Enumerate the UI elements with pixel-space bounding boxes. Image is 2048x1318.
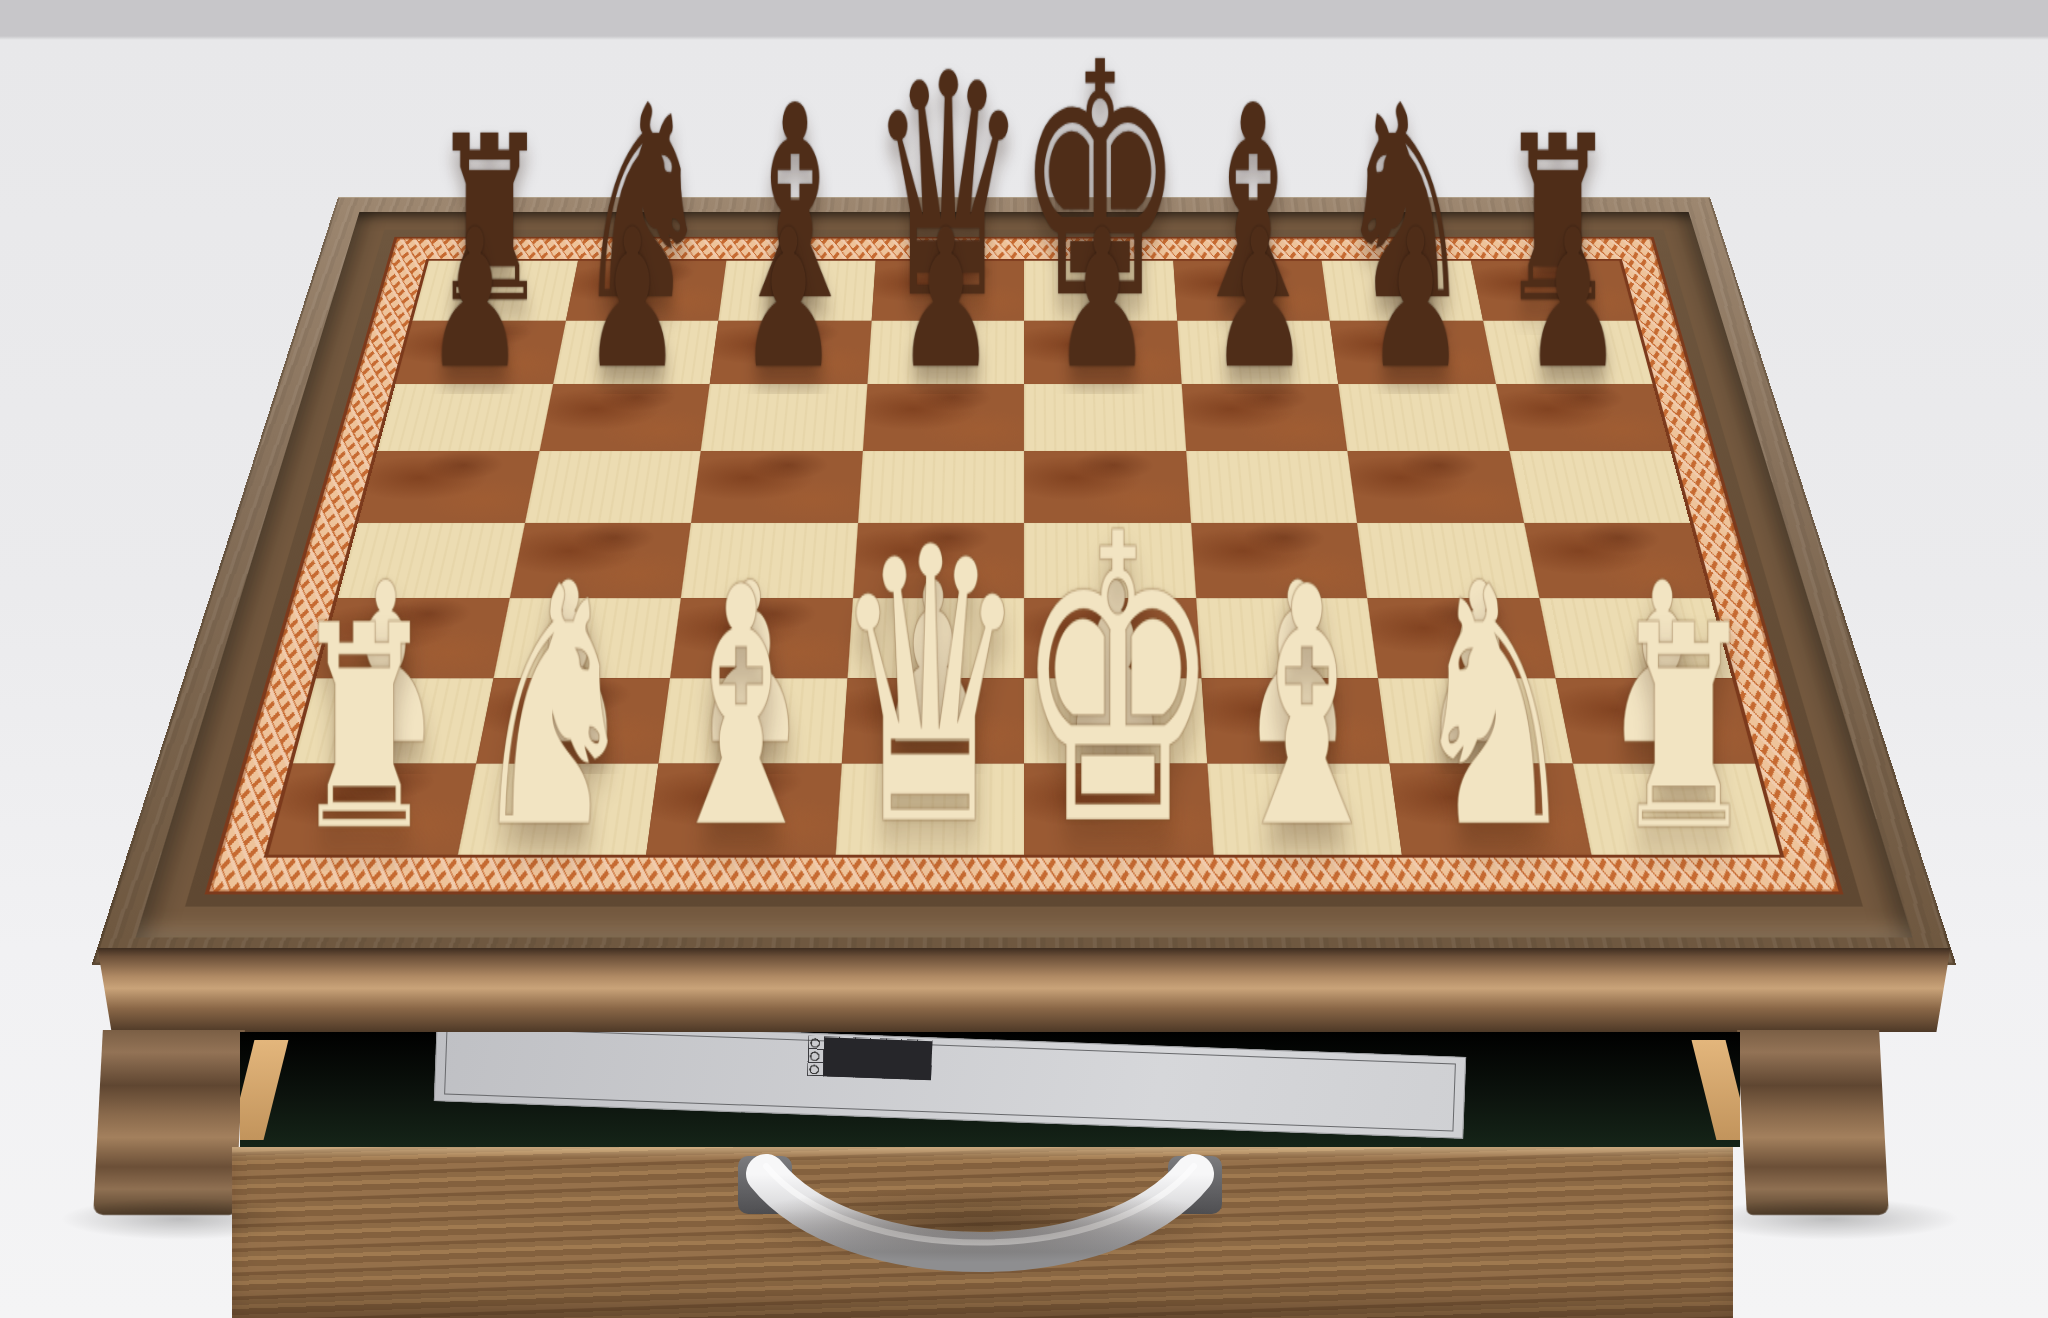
piece-black-pawn[interactable]: ♟ [1053,204,1152,395]
instruction-sheet [434,1032,1466,1139]
square-f7[interactable]: ♟ [1177,321,1338,384]
square-d6[interactable] [862,384,1024,451]
piece-black-pawn[interactable]: ♟ [1210,204,1309,395]
handle-shadow [720,1184,1240,1264]
piece-white-rook[interactable]: ♜ [292,589,438,870]
box-right-apron [1737,1030,1889,1215]
square-a7[interactable]: ♟ [395,321,565,384]
square-h5[interactable] [1509,451,1690,522]
square-a6[interactable] [377,384,552,451]
square-b7[interactable]: ♟ [553,321,719,384]
square-b5[interactable] [525,451,701,522]
piece-black-pawn[interactable]: ♟ [739,204,838,395]
piece-white-rook[interactable]: ♜ [1611,589,1757,870]
square-g7[interactable]: ♟ [1330,321,1496,384]
square-h6[interactable] [1495,384,1670,451]
instruction-sheet-border [444,1032,1456,1131]
square-e6[interactable] [1024,384,1186,451]
square-e1[interactable]: ♚ [1024,764,1213,855]
piece-black-pawn[interactable]: ♟ [1523,204,1622,395]
piece-black-pawn[interactable]: ♟ [896,204,995,395]
drawer-runner-left [240,1040,288,1140]
piece-black-pawn[interactable]: ♟ [583,204,682,395]
piece-white-bishop[interactable]: ♝ [1221,545,1392,875]
drawer-handle[interactable] [700,1150,1260,1280]
drawer-cavity [240,1032,1740,1147]
table-shadow-left [60,1198,300,1240]
piece-white-knight[interactable]: ♞ [468,545,639,875]
square-h7[interactable]: ♟ [1483,321,1653,384]
square-c1[interactable]: ♝ [646,764,841,855]
square-b1[interactable]: ♞ [457,764,658,855]
board-grid: ♜♞♝♛♚♝♞♜♟♟♟♟♟♟♟♟♟♟♟♟♟♟♟♟♜♞♝♛♚♝♞♜ [268,261,1779,855]
piece-white-queen[interactable]: ♛ [832,499,1028,879]
scene: ♜♞♝♛♚♝♞♜♟♟♟♟♟♟♟♟♟♟♟♟♟♟♟♟♜♞♝♛♚♝♞♜ [0,0,2048,1318]
square-g1[interactable]: ♞ [1390,764,1591,855]
chess-board-3d: ♜♞♝♛♚♝♞♜♟♟♟♟♟♟♟♟♟♟♟♟♟♟♟♟♜♞♝♛♚♝♞♜ [92,197,1956,965]
square-g6[interactable] [1338,384,1509,451]
square-e7[interactable]: ♟ [1024,321,1181,384]
square-b6[interactable] [539,384,710,451]
square-f1[interactable]: ♝ [1207,764,1402,855]
piece-black-pawn[interactable]: ♟ [426,204,525,395]
square-g5[interactable] [1347,451,1523,522]
table-shadow-right [1700,1198,1960,1240]
drawer-runner-right [1692,1040,1740,1140]
square-c6[interactable] [701,384,867,451]
printed-board-diagram [807,1036,932,1081]
square-d1[interactable]: ♛ [835,764,1024,855]
square-f6[interactable] [1181,384,1347,451]
piece-black-pawn[interactable]: ♟ [1367,204,1466,395]
square-a5[interactable] [358,451,539,522]
box-front-molding [92,948,1956,1032]
piece-white-knight[interactable]: ♞ [1410,545,1581,875]
piece-white-king[interactable]: ♚ [1015,482,1221,880]
box-left-apron [93,1030,245,1215]
square-h1[interactable]: ♜ [1572,764,1779,855]
square-d7[interactable]: ♟ [867,321,1024,384]
square-a1[interactable]: ♜ [268,764,475,855]
piece-white-bishop[interactable]: ♝ [656,545,827,875]
square-c7[interactable]: ♟ [710,321,871,384]
